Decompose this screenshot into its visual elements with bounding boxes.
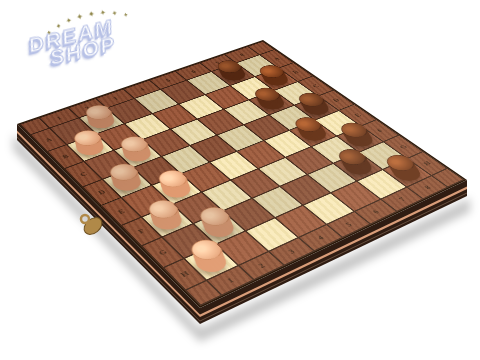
coord-label: H [421, 160, 433, 167]
coord-label: B [291, 69, 300, 74]
star-icon: ✦ [46, 29, 53, 37]
coord-label: B [60, 153, 70, 160]
coord-label: G [156, 248, 168, 257]
coord-label: F [375, 127, 385, 133]
star-icon: ✦ [123, 11, 130, 19]
coord-label: 5 [343, 221, 353, 228]
coord-label: F [136, 227, 147, 235]
star-icon: ✦ [55, 23, 62, 31]
coord-label: C [310, 83, 320, 89]
coord-label: E [116, 207, 127, 215]
coord-label: 8 [238, 52, 246, 57]
coord-label: C [78, 170, 89, 177]
coord-label: 4 [315, 234, 325, 241]
coord-label: 6 [370, 208, 380, 215]
star-icon: ✦ [76, 13, 85, 23]
coord-label: 2 [256, 262, 267, 270]
coord-label: 3 [286, 247, 296, 255]
coord-label: 5 [164, 78, 172, 83]
star-icon: ✦ [87, 10, 96, 20]
coord-label: A [272, 56, 281, 61]
coord-label: 4 [138, 87, 146, 92]
coord-label: 8 [422, 184, 432, 190]
coord-label: 1 [225, 276, 236, 284]
coord-label: E [352, 112, 362, 118]
coord-label: 7 [397, 196, 407, 203]
coord-label: 3 [111, 96, 119, 101]
star-icon: ✦ [111, 10, 118, 18]
coord-label: 1 [55, 115, 63, 121]
coord-label: A [43, 136, 53, 142]
star-icon: ✦ [99, 9, 107, 18]
product-photo: ✦✦✦✦✦✦✦✦ DREAM SHOP 12345678AABBCCDDEEFF… [0, 0, 480, 360]
coord-label: H [178, 269, 191, 278]
coord-label: 6 [189, 69, 197, 74]
coord-label: G [397, 143, 408, 150]
star-icon: ✦ [65, 17, 73, 26]
coord-label: D [96, 188, 107, 195]
coord-label: D [331, 97, 341, 103]
